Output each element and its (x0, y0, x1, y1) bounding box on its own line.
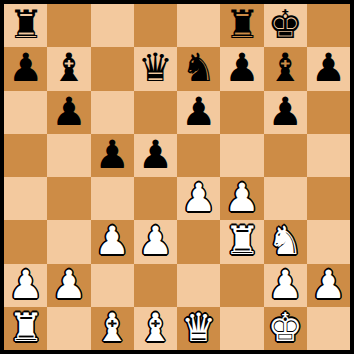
white-pawn-piece[interactable]: ♟ (8, 265, 43, 304)
black-pawn-piece[interactable]: ♟ (138, 135, 173, 174)
white-pawn-piece[interactable]: ♟ (224, 178, 259, 217)
square-d3[interactable]: ♟ (134, 220, 177, 263)
white-pawn-piece[interactable]: ♟ (95, 221, 130, 260)
square-b4[interactable] (47, 177, 90, 220)
square-g6[interactable]: ♟ (264, 91, 307, 134)
square-e8[interactable] (177, 4, 220, 47)
square-a1[interactable]: ♜ (4, 307, 47, 350)
black-pawn-piece[interactable]: ♟ (181, 92, 216, 131)
square-e6[interactable]: ♟ (177, 91, 220, 134)
white-rook-piece[interactable]: ♜ (224, 221, 259, 260)
square-c5[interactable]: ♟ (91, 134, 134, 177)
square-d8[interactable] (134, 4, 177, 47)
square-d7[interactable]: ♛ (134, 47, 177, 90)
black-bishop-piece[interactable]: ♝ (51, 48, 86, 87)
square-d4[interactable] (134, 177, 177, 220)
black-bishop-piece[interactable]: ♝ (268, 48, 303, 87)
white-rook-piece[interactable]: ♜ (8, 308, 43, 347)
square-c6[interactable] (91, 91, 134, 134)
square-f7[interactable]: ♟ (220, 47, 263, 90)
white-bishop-piece[interactable]: ♝ (138, 308, 173, 347)
square-f2[interactable] (220, 264, 263, 307)
square-d1[interactable]: ♝ (134, 307, 177, 350)
black-pawn-piece[interactable]: ♟ (311, 48, 346, 87)
black-pawn-piece[interactable]: ♟ (95, 135, 130, 174)
square-f6[interactable] (220, 91, 263, 134)
square-d6[interactable] (134, 91, 177, 134)
square-e1[interactable]: ♛ (177, 307, 220, 350)
white-pawn-piece[interactable]: ♟ (181, 178, 216, 217)
square-e5[interactable] (177, 134, 220, 177)
square-a6[interactable] (4, 91, 47, 134)
black-pawn-piece[interactable]: ♟ (224, 48, 259, 87)
square-h6[interactable] (307, 91, 350, 134)
square-b7[interactable]: ♝ (47, 47, 90, 90)
white-pawn-piece[interactable]: ♟ (51, 265, 86, 304)
square-c4[interactable] (91, 177, 134, 220)
square-a8[interactable]: ♜ (4, 4, 47, 47)
square-a2[interactable]: ♟ (4, 264, 47, 307)
square-f5[interactable] (220, 134, 263, 177)
square-g3[interactable]: ♞ (264, 220, 307, 263)
square-h1[interactable] (307, 307, 350, 350)
square-a4[interactable] (4, 177, 47, 220)
white-pawn-piece[interactable]: ♟ (311, 265, 346, 304)
black-rook-piece[interactable]: ♜ (224, 5, 259, 44)
chess-board-frame: ♜♜♚♟♝♛♞♟♝♟♟♟♟♟♟♟♟♟♟♜♞♟♟♟♟♜♝♝♛♚ (0, 0, 354, 354)
square-a7[interactable]: ♟ (4, 47, 47, 90)
white-pawn-piece[interactable]: ♟ (138, 221, 173, 260)
square-g7[interactable]: ♝ (264, 47, 307, 90)
square-b6[interactable]: ♟ (47, 91, 90, 134)
black-queen-piece[interactable]: ♛ (138, 48, 173, 87)
square-g4[interactable] (264, 177, 307, 220)
square-h2[interactable]: ♟ (307, 264, 350, 307)
square-g1[interactable]: ♚ (264, 307, 307, 350)
square-f1[interactable] (220, 307, 263, 350)
square-e4[interactable]: ♟ (177, 177, 220, 220)
black-pawn-piece[interactable]: ♟ (51, 92, 86, 131)
square-g2[interactable]: ♟ (264, 264, 307, 307)
square-c1[interactable]: ♝ (91, 307, 134, 350)
black-pawn-piece[interactable]: ♟ (8, 48, 43, 87)
white-bishop-piece[interactable]: ♝ (95, 308, 130, 347)
square-f8[interactable]: ♜ (220, 4, 263, 47)
square-c2[interactable] (91, 264, 134, 307)
square-c8[interactable] (91, 4, 134, 47)
square-a3[interactable] (4, 220, 47, 263)
white-pawn-piece[interactable]: ♟ (268, 265, 303, 304)
white-queen-piece[interactable]: ♛ (181, 308, 216, 347)
square-c3[interactable]: ♟ (91, 220, 134, 263)
black-pawn-piece[interactable]: ♟ (268, 92, 303, 131)
square-b5[interactable] (47, 134, 90, 177)
square-h3[interactable] (307, 220, 350, 263)
square-b2[interactable]: ♟ (47, 264, 90, 307)
square-a5[interactable] (4, 134, 47, 177)
square-g5[interactable] (264, 134, 307, 177)
square-e2[interactable] (177, 264, 220, 307)
square-d5[interactable]: ♟ (134, 134, 177, 177)
square-e7[interactable]: ♞ (177, 47, 220, 90)
black-king-piece[interactable]: ♚ (268, 5, 303, 44)
square-b8[interactable] (47, 4, 90, 47)
square-b3[interactable] (47, 220, 90, 263)
square-e3[interactable] (177, 220, 220, 263)
chess-board: ♜♜♚♟♝♛♞♟♝♟♟♟♟♟♟♟♟♟♟♜♞♟♟♟♟♜♝♝♛♚ (4, 4, 350, 350)
black-rook-piece[interactable]: ♜ (8, 5, 43, 44)
white-knight-piece[interactable]: ♞ (268, 221, 303, 260)
square-d2[interactable] (134, 264, 177, 307)
square-c7[interactable] (91, 47, 134, 90)
square-h8[interactable] (307, 4, 350, 47)
square-b1[interactable] (47, 307, 90, 350)
square-f3[interactable]: ♜ (220, 220, 263, 263)
square-h7[interactable]: ♟ (307, 47, 350, 90)
square-g8[interactable]: ♚ (264, 4, 307, 47)
square-f4[interactable]: ♟ (220, 177, 263, 220)
white-king-piece[interactable]: ♚ (268, 308, 303, 347)
square-h5[interactable] (307, 134, 350, 177)
square-h4[interactable] (307, 177, 350, 220)
black-knight-piece[interactable]: ♞ (181, 48, 216, 87)
